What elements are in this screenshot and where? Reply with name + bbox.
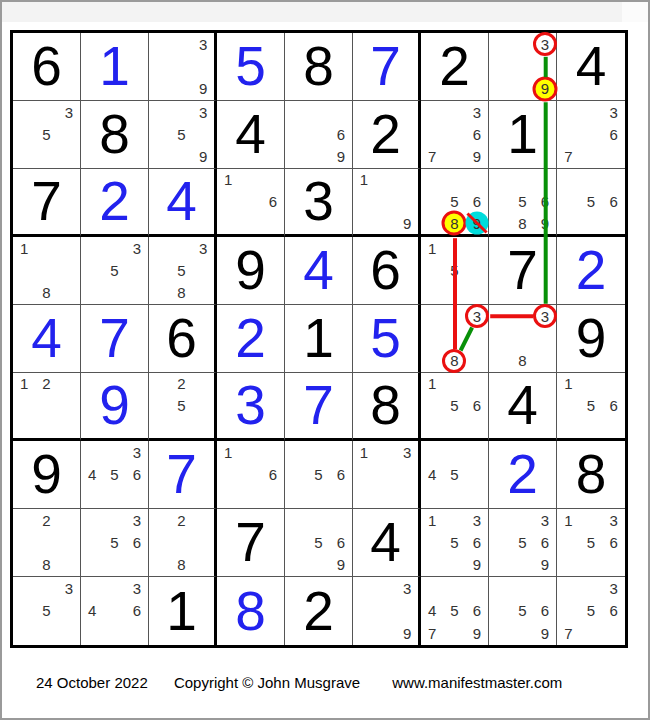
candidate-slot-7: 7: [557, 146, 580, 168]
candidate-slot-4: [217, 191, 239, 213]
candidate-slot-7: [557, 416, 580, 438]
candidate-slot-9: [126, 554, 148, 576]
candidate-grid: 28: [149, 509, 214, 576]
cell-value-given: 9: [576, 311, 607, 366]
cell-r8c3[interactable]: 28: [149, 509, 217, 577]
candidate-grid: 156: [557, 373, 625, 438]
candidate-slot-8: [580, 622, 603, 645]
candidate-slot-2: [103, 441, 125, 463]
cell-r1c8[interactable]: 39: [489, 33, 557, 101]
candidate-slot-3: 3: [126, 441, 148, 463]
candidate-9: 9: [199, 80, 207, 97]
candidate-slot-1: 1: [557, 509, 580, 531]
cell-r3c3[interactable]: 4: [149, 169, 217, 237]
candidate-slot-2: [239, 169, 261, 191]
candidate-slot-2: [511, 305, 533, 327]
candidate-slot-6: [58, 531, 80, 553]
candidate-slot-1: [557, 169, 580, 191]
candidate-8: 8: [518, 352, 526, 369]
candidate-grid: 38: [421, 305, 488, 372]
candidate-slot-6: 6: [534, 191, 556, 213]
candidate-1: 1: [20, 240, 28, 257]
candidate-slot-2: [511, 33, 533, 55]
cell-value-given: 7: [235, 515, 266, 570]
candidate-slot-6: 6: [330, 463, 352, 485]
candidate-slot-8: [443, 486, 465, 508]
candidate-grid: 367: [557, 101, 625, 168]
candidate-6: 6: [473, 193, 481, 210]
cell-r5c2[interactable]: 7: [81, 305, 149, 373]
cell-r1c7[interactable]: 2: [421, 33, 489, 101]
candidate-grid: 28: [13, 509, 80, 576]
candidate-slot-7: [149, 416, 171, 438]
cell-r6c6[interactable]: 8: [353, 373, 421, 441]
cell-r6c4[interactable]: 3: [217, 373, 285, 441]
cell-r5c6[interactable]: 5: [353, 305, 421, 373]
candidate-slot-4: [557, 123, 580, 145]
candidate-1: 1: [564, 512, 572, 529]
candidate-grid: 45: [421, 441, 488, 508]
candidate-6: 6: [609, 126, 617, 143]
candidate-slot-7: [353, 486, 375, 508]
candidate-slot-5: [511, 327, 533, 349]
candidate-slot-8: [443, 554, 465, 576]
cell-r1c4[interactable]: 5: [217, 33, 285, 101]
candidate-slot-6: [192, 259, 214, 281]
candidate-slot-2: [580, 509, 603, 531]
candidate-slot-6: 6: [602, 395, 625, 417]
candidate-grid: 13569: [421, 509, 488, 576]
cell-value-given: 4: [576, 39, 607, 94]
candidate-slot-6: 6: [126, 600, 148, 623]
candidate-slot-6: [466, 463, 488, 485]
cell-r8c1[interactable]: 28: [13, 509, 81, 577]
cell-r5c5[interactable]: 1: [285, 305, 353, 373]
cell-r9c4[interactable]: 8: [217, 577, 285, 645]
candidate-3: 3: [541, 36, 549, 53]
candidate-slot-5: 5: [171, 259, 193, 281]
cell-r4c5[interactable]: 4: [285, 237, 353, 305]
candidate-slot-5: [307, 123, 329, 145]
candidate-6: 6: [609, 397, 617, 414]
candidate-slot-6: [58, 259, 80, 281]
cell-r2c1[interactable]: 35: [13, 101, 81, 169]
cell-value-given: 8: [303, 39, 334, 94]
cell-r3c9[interactable]: 56: [557, 169, 625, 237]
cell-r2c7[interactable]: 3679: [421, 101, 489, 169]
cell-r8c9[interactable]: 1356: [557, 509, 625, 577]
candidate-slot-3: [466, 577, 488, 600]
candidate-slot-5: 5: [35, 123, 57, 145]
cell-r2c3[interactable]: 359: [149, 101, 217, 169]
candidate-slot-5: [375, 600, 397, 623]
cell-r6c8[interactable]: 4: [489, 373, 557, 441]
sudoku-board: 6139587239435835946923679136772416319568…: [10, 30, 628, 648]
candidate-slot-9: 9: [534, 212, 556, 234]
cell-r4c9[interactable]: 2: [557, 237, 625, 305]
candidate-slot-3: [466, 237, 488, 259]
candidate-slot-2: [103, 577, 125, 600]
candidate-slot-5: 5: [511, 191, 533, 213]
candidate-slot-2: [443, 577, 465, 600]
cell-r6c7[interactable]: 156: [421, 373, 489, 441]
cell-r3c4[interactable]: 16: [217, 169, 285, 237]
cell-r1c9[interactable]: 4: [557, 33, 625, 101]
candidate-slot-4: [13, 531, 35, 553]
candidate-slot-4: [149, 123, 171, 145]
cell-r7c4[interactable]: 16: [217, 441, 285, 509]
cell-r2c6[interactable]: 2: [353, 101, 421, 169]
cell-r6c3[interactable]: 25: [149, 373, 217, 441]
top-band: [2, 2, 648, 22]
candidate-slot-1: 1: [421, 509, 443, 531]
cell-r7c8[interactable]: 2: [489, 441, 557, 509]
candidate-slot-4: [149, 259, 171, 281]
candidate-5: 5: [587, 602, 595, 619]
candidate-slot-1: [149, 33, 171, 55]
candidate-slot-1: [557, 101, 580, 123]
candidate-grid: 356: [81, 509, 148, 576]
candidate-slot-8: 8: [35, 554, 57, 576]
cell-r4c8[interactable]: 7: [489, 237, 557, 305]
candidate-slot-7: [285, 554, 307, 576]
cell-r4c3[interactable]: 358: [149, 237, 217, 305]
cell-r6c1[interactable]: 12: [13, 373, 81, 441]
candidate-grid: 346: [81, 577, 148, 645]
footer-date: 24 October 2022: [36, 674, 148, 691]
candidate-slot-7: 7: [421, 146, 443, 168]
cell-r4c1[interactable]: 18: [13, 237, 81, 305]
candidate-slot-7: [217, 212, 239, 234]
candidate-slot-7: [13, 416, 35, 438]
candidate-4: 4: [428, 602, 436, 619]
candidate-5: 5: [587, 193, 595, 210]
cell-r4c6[interactable]: 6: [353, 237, 421, 305]
candidate-slot-3: 3: [396, 577, 418, 600]
cell-r5c4[interactable]: 2: [217, 305, 285, 373]
candidate-slot-8: [103, 282, 125, 304]
candidate-slot-7: [421, 212, 443, 234]
candidate-slot-9: [126, 282, 148, 304]
cell-r3c8[interactable]: 5689: [489, 169, 557, 237]
candidate-slot-2: [375, 441, 397, 463]
candidate-slot-1: [489, 169, 511, 191]
candidate-grid: 156: [421, 373, 488, 438]
candidate-6: 6: [133, 534, 141, 551]
candidate-slot-5: 5: [580, 191, 603, 213]
candidate-slot-3: 3: [466, 101, 488, 123]
candidate-slot-5: 5: [511, 600, 533, 623]
candidate-slot-1: [13, 101, 35, 123]
cell-r9c1[interactable]: 35: [13, 577, 81, 645]
candidate-slot-4: [285, 463, 307, 485]
cell-r3c5[interactable]: 3: [285, 169, 353, 237]
candidate-4: 4: [88, 602, 96, 619]
candidate-slot-5: [443, 327, 465, 349]
candidate-5: 5: [110, 262, 118, 279]
cell-r2c8[interactable]: 1: [489, 101, 557, 169]
candidate-grid: 38: [489, 305, 556, 372]
cell-r7c6[interactable]: 13: [353, 441, 421, 509]
cell-r3c7[interactable]: 5689: [421, 169, 489, 237]
candidate-slot-3: [330, 101, 352, 123]
candidate-5: 5: [587, 397, 595, 414]
cell-r6c5[interactable]: 7: [285, 373, 353, 441]
candidate-slot-5: [171, 531, 193, 553]
cell-r2c4[interactable]: 4: [217, 101, 285, 169]
cell-value-solved: 4: [31, 311, 62, 366]
cell-r7c9[interactable]: 8: [557, 441, 625, 509]
candidate-3: 3: [609, 104, 617, 121]
cell-r2c9[interactable]: 367: [557, 101, 625, 169]
candidate-slot-3: [192, 373, 214, 395]
candidate-5: 5: [450, 602, 458, 619]
cell-r8c5[interactable]: 569: [285, 509, 353, 577]
candidate-slot-1: 1: [353, 169, 375, 191]
cell-value-given: 6: [31, 39, 62, 94]
cell-value-given: 4: [235, 107, 266, 162]
candidate-slot-9: [192, 282, 214, 304]
candidate-slot-8: 8: [171, 282, 193, 304]
cell-value-solved: 2: [507, 447, 538, 502]
cell-r1c5[interactable]: 8: [285, 33, 353, 101]
candidate-grid: 39: [149, 33, 214, 100]
candidate-slot-8: 8: [443, 212, 465, 234]
candidate-slot-8: [103, 554, 125, 576]
candidate-slot-3: 3: [602, 509, 625, 531]
cell-r6c9[interactable]: 156: [557, 373, 625, 441]
candidate-slot-9: 9: [466, 622, 488, 645]
candidate-slot-6: 6: [466, 123, 488, 145]
candidate-3: 3: [133, 240, 141, 257]
cell-r5c9[interactable]: 9: [557, 305, 625, 373]
cell-r3c1[interactable]: 7: [13, 169, 81, 237]
cell-r5c8[interactable]: 38: [489, 305, 557, 373]
cell-r9c3[interactable]: 1: [149, 577, 217, 645]
cell-value-given: 3: [303, 174, 334, 229]
candidate-slot-4: [557, 191, 580, 213]
candidate-slot-4: [421, 259, 443, 281]
candidate-slot-3: 3: [192, 237, 214, 259]
candidate-grid: 3456: [81, 441, 148, 508]
cell-r7c7[interactable]: 45: [421, 441, 489, 509]
candidate-slot-8: [35, 146, 57, 168]
candidate-slot-6: 6: [602, 531, 625, 553]
candidate-3: 3: [133, 444, 141, 461]
candidate-slot-8: [443, 416, 465, 438]
candidate-grid: 56: [557, 169, 625, 234]
candidate-slot-8: [511, 622, 533, 645]
footer-site: www.manifestmaster.com: [392, 674, 562, 691]
candidate-slot-5: [443, 123, 465, 145]
candidate-grid: 3679: [421, 101, 488, 168]
candidate-slot-4: 4: [81, 463, 103, 485]
candidate-slot-1: [489, 509, 511, 531]
candidate-slot-9: 9: [466, 146, 488, 168]
candidate-slot-6: [534, 327, 556, 349]
candidate-slot-7: [149, 78, 171, 100]
cell-r1c2[interactable]: 1: [81, 33, 149, 101]
candidate-slot-5: [171, 55, 193, 77]
cell-r8c2[interactable]: 356: [81, 509, 149, 577]
candidate-slot-9: [602, 146, 625, 168]
cell-r4c7[interactable]: 15: [421, 237, 489, 305]
candidate-slot-7: [557, 212, 580, 234]
candidate-slot-7: [557, 554, 580, 576]
candidate-slot-6: 6: [262, 463, 284, 485]
candidate-3: 3: [473, 512, 481, 529]
candidate-slot-9: [466, 350, 488, 372]
candidate-slot-8: [511, 554, 533, 576]
candidate-slot-8: [580, 554, 603, 576]
candidate-6: 6: [541, 193, 549, 210]
cell-r8c7[interactable]: 13569: [421, 509, 489, 577]
candidate-slot-4: [421, 395, 443, 417]
cell-r8c4[interactable]: 7: [217, 509, 285, 577]
candidate-slot-2: [580, 577, 603, 600]
candidate-slot-9: 9: [396, 212, 418, 234]
candidate-slot-8: [511, 78, 533, 100]
candidate-slot-1: [149, 101, 171, 123]
candidate-slot-5: 5: [307, 531, 329, 553]
candidate-slot-2: [443, 305, 465, 327]
candidate-slot-9: 9: [330, 554, 352, 576]
cell-r9c6[interactable]: 39: [353, 577, 421, 645]
candidate-9: 9: [403, 625, 411, 642]
cell-r8c6[interactable]: 4: [353, 509, 421, 577]
candidate-3: 3: [403, 444, 411, 461]
cell-r7c1[interactable]: 9: [13, 441, 81, 509]
candidate-slot-7: [353, 212, 375, 234]
candidate-grid: 16: [217, 441, 284, 508]
candidate-9: 9: [473, 625, 481, 642]
candidate-slot-8: [103, 486, 125, 508]
candidate-slot-4: [149, 55, 171, 77]
candidate-slot-1: 1: [353, 441, 375, 463]
candidate-1: 1: [224, 171, 232, 188]
cell-r2c2[interactable]: 8: [81, 101, 149, 169]
candidate-5: 5: [450, 397, 458, 414]
candidate-slot-1: [81, 237, 103, 259]
candidate-slot-5: [375, 191, 397, 213]
candidate-slot-1: 1: [13, 237, 35, 259]
candidate-slot-4: [421, 123, 443, 145]
candidate-slot-5: 5: [511, 531, 533, 553]
candidate-slot-6: [466, 259, 488, 281]
cell-r8c8[interactable]: 3569: [489, 509, 557, 577]
candidate-slot-1: 1: [217, 441, 239, 463]
candidate-grid: 35: [13, 577, 80, 645]
cell-r5c1[interactable]: 4: [13, 305, 81, 373]
candidate-slot-6: 6: [126, 463, 148, 485]
candidate-slot-1: [149, 373, 171, 395]
cell-value-given: 9: [235, 243, 266, 298]
cell-r9c5[interactable]: 2: [285, 577, 353, 645]
candidate-slot-5: 5: [171, 395, 193, 417]
candidate-5: 5: [518, 193, 526, 210]
candidate-slot-5: 5: [35, 600, 57, 623]
candidate-slot-1: [353, 577, 375, 600]
cell-r9c9[interactable]: 3567: [557, 577, 625, 645]
cell-r7c3[interactable]: 7: [149, 441, 217, 509]
candidate-slot-9: [58, 622, 80, 645]
candidate-slot-6: 6: [602, 600, 625, 623]
candidate-slot-5: [580, 123, 603, 145]
cell-r3c6[interactable]: 19: [353, 169, 421, 237]
candidate-slot-4: [13, 600, 35, 623]
cell-value-solved: 2: [99, 174, 130, 229]
cell-value-given: 8: [99, 107, 130, 162]
candidate-slot-3: 3: [602, 101, 625, 123]
candidate-slot-9: [396, 486, 418, 508]
candidate-9: 9: [337, 556, 345, 573]
candidate-slot-1: 1: [557, 373, 580, 395]
candidate-slot-5: 5: [580, 395, 603, 417]
cell-r9c2[interactable]: 346: [81, 577, 149, 645]
candidate-5: 5: [314, 466, 322, 483]
cell-value-solved: 3: [235, 378, 266, 433]
cell-value-given: 6: [166, 311, 197, 366]
candidate-slot-4: [489, 600, 511, 623]
cell-r4c2[interactable]: 35: [81, 237, 149, 305]
cell-r2c5[interactable]: 69: [285, 101, 353, 169]
candidate-slot-9: 9: [534, 554, 556, 576]
candidate-slot-5: 5: [103, 531, 125, 553]
candidate-8: 8: [42, 556, 50, 573]
cell-r7c2[interactable]: 3456: [81, 441, 149, 509]
candidate-4: 4: [428, 466, 436, 483]
candidate-slot-4: [81, 531, 103, 553]
candidate-slot-2: [171, 33, 193, 55]
cell-r1c3[interactable]: 39: [149, 33, 217, 101]
candidate-slot-1: [421, 169, 443, 191]
cell-r9c8[interactable]: 569: [489, 577, 557, 645]
candidate-slot-9: [534, 350, 556, 372]
candidate-slot-8: [443, 282, 465, 304]
candidate-4: 4: [88, 466, 96, 483]
cell-r5c7[interactable]: 38: [421, 305, 489, 373]
cell-r4c4[interactable]: 9: [217, 237, 285, 305]
candidate-slot-3: 3: [396, 441, 418, 463]
cell-value-given: 2: [370, 107, 401, 162]
candidate-6: 6: [269, 193, 277, 210]
candidate-slot-6: [58, 600, 80, 623]
cell-r9c7[interactable]: 45679: [421, 577, 489, 645]
candidate-slot-1: [557, 577, 580, 600]
cell-r3c2[interactable]: 2: [81, 169, 149, 237]
cell-r6c2[interactable]: 9: [81, 373, 149, 441]
candidate-slot-9: [466, 282, 488, 304]
candidate-slot-2: [443, 509, 465, 531]
cell-r5c3[interactable]: 6: [149, 305, 217, 373]
candidate-slot-3: [330, 441, 352, 463]
cell-value-solved: 5: [235, 39, 266, 94]
cell-value-solved: 7: [370, 39, 401, 94]
candidate-slot-6: [466, 327, 488, 349]
cell-value-given: 7: [31, 174, 62, 229]
cell-r7c5[interactable]: 56: [285, 441, 353, 509]
cell-r1c6[interactable]: 7: [353, 33, 421, 101]
candidate-slot-4: 4: [421, 463, 443, 485]
cell-r1c1[interactable]: 6: [13, 33, 81, 101]
candidate-9: 9: [199, 148, 207, 165]
candidate-3: 3: [65, 580, 73, 597]
candidate-slot-6: [396, 191, 418, 213]
candidate-5: 5: [518, 534, 526, 551]
candidate-3: 3: [403, 580, 411, 597]
candidate-grid: 19: [353, 169, 418, 234]
candidate-slot-5: 5: [443, 259, 465, 281]
